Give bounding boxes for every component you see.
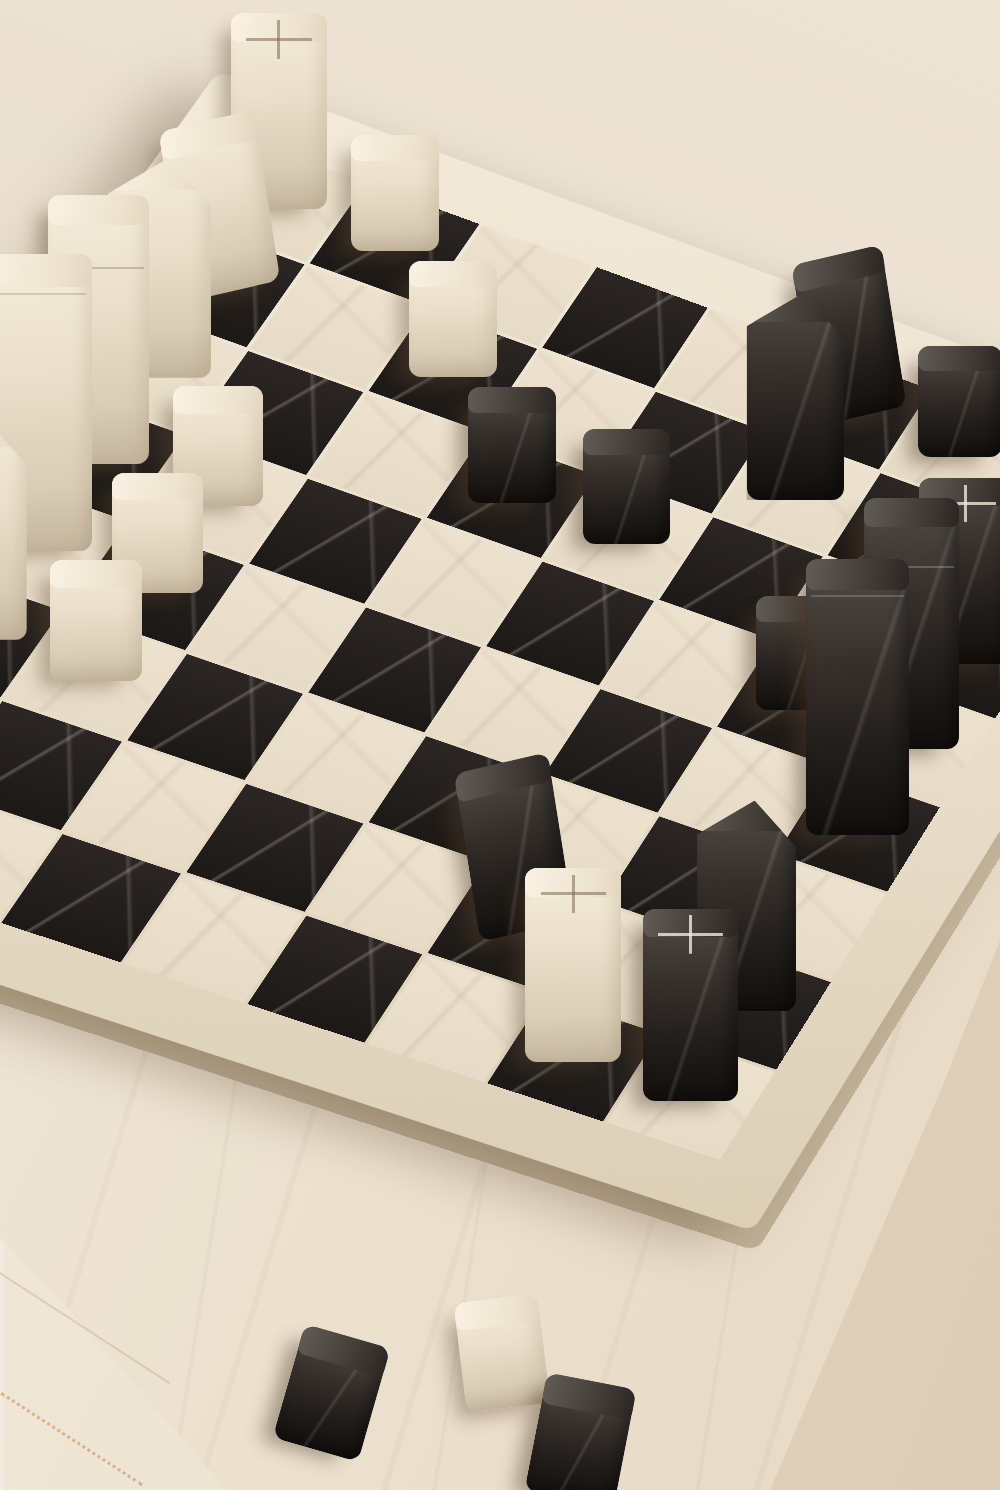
photo-stage bbox=[0, 0, 1000, 1490]
